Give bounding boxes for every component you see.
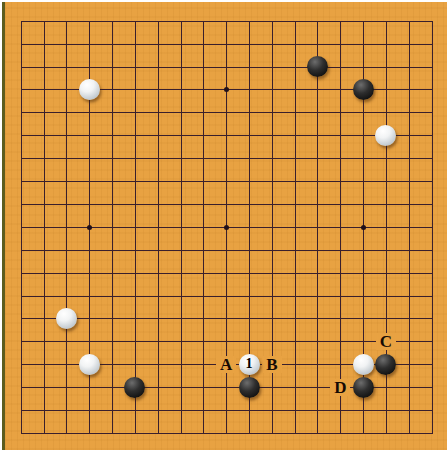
grid-line-vertical [432, 21, 433, 434]
move-number: 1 [246, 357, 253, 371]
stone-black-f3[interactable] [124, 377, 145, 398]
grid-line-vertical [340, 21, 341, 434]
stone-white-q4[interactable] [353, 354, 374, 375]
stone-black-o17[interactable] [307, 56, 328, 77]
stone-black-r4[interactable] [375, 354, 396, 375]
grid-line-horizontal [21, 410, 433, 411]
star-point [224, 87, 229, 92]
stone-white-d16[interactable] [79, 79, 100, 100]
stone-white-l4[interactable]: 1 [239, 354, 260, 375]
point-label-d[interactable]: D [330, 379, 350, 396]
grid-line-horizontal [21, 433, 433, 434]
stone-white-c6[interactable] [56, 308, 77, 329]
go-diagram-window: ABCD1 [0, 0, 447, 450]
star-point [361, 225, 366, 230]
stone-black-q3[interactable] [353, 377, 374, 398]
grid-line-horizontal [21, 341, 433, 342]
point-label-a[interactable]: A [216, 356, 236, 373]
stone-black-l3[interactable] [239, 377, 260, 398]
board-grid-layer: ABCD1 [0, 0, 447, 450]
grid-line-horizontal [21, 250, 433, 251]
stone-black-q16[interactable] [353, 79, 374, 100]
point-label-b[interactable]: B [262, 356, 282, 373]
star-point [224, 225, 229, 230]
stone-white-d4[interactable] [79, 354, 100, 375]
grid-line-vertical [295, 21, 296, 434]
grid-line-vertical [317, 21, 318, 434]
point-label-c[interactable]: C [376, 333, 396, 350]
grid-line-vertical [409, 21, 410, 434]
stone-white-r14[interactable] [375, 125, 396, 146]
star-point [87, 225, 92, 230]
grid-line-horizontal [21, 296, 433, 297]
grid-line-horizontal [21, 273, 433, 274]
grid-line-horizontal [21, 318, 433, 319]
